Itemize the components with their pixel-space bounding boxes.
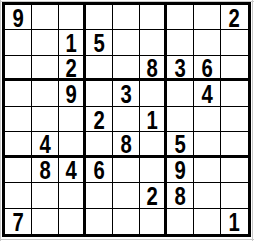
- cell-r8c3[interactable]: [59, 183, 86, 208]
- cell-r5c5[interactable]: [113, 107, 140, 132]
- cell-r6c9[interactable]: [221, 132, 248, 157]
- cell-r4c1[interactable]: [5, 81, 32, 106]
- cell-r8c9[interactable]: [221, 183, 248, 208]
- cell-r3c8[interactable]: 6: [194, 56, 221, 81]
- cell-r6c5[interactable]: 8: [113, 132, 140, 157]
- cell-r8c8[interactable]: [194, 183, 221, 208]
- cell-r9c1[interactable]: 7: [5, 209, 32, 234]
- cell-r4c8[interactable]: 4: [194, 81, 221, 106]
- cell-r4c7[interactable]: [167, 81, 194, 106]
- outer-gridline-right: [252, 0, 253, 241]
- cell-r4c6[interactable]: [140, 81, 167, 106]
- cell-r7c1[interactable]: [5, 158, 32, 183]
- cell-r5c3[interactable]: [59, 107, 86, 132]
- cell-r2c4[interactable]: 5: [86, 30, 113, 55]
- cell-r7c7[interactable]: 9: [167, 158, 194, 183]
- cell-r3c4[interactable]: [86, 56, 113, 81]
- cell-r5c6[interactable]: 1: [140, 107, 167, 132]
- given-digit: 2: [65, 56, 76, 81]
- cell-r3c3[interactable]: 2: [59, 56, 86, 81]
- cell-r4c4[interactable]: [86, 81, 113, 106]
- given-digit: 5: [93, 30, 104, 55]
- cell-r3c7[interactable]: 3: [167, 56, 194, 81]
- cell-r9c2[interactable]: [32, 209, 59, 234]
- cell-r7c4[interactable]: 6: [86, 158, 113, 183]
- sudoku-board: 921528369342148584692871: [2, 2, 251, 237]
- given-digit: 6: [201, 56, 212, 81]
- cell-r3c6[interactable]: 8: [140, 56, 167, 81]
- given-digit: 2: [93, 107, 104, 132]
- cell-r6c1[interactable]: [5, 132, 32, 157]
- cell-r9c4[interactable]: [86, 209, 113, 234]
- cell-r1c5[interactable]: [113, 5, 140, 30]
- given-digit: 3: [120, 81, 131, 106]
- given-digit: 6: [93, 158, 104, 183]
- cell-r9c9[interactable]: 1: [221, 209, 248, 234]
- given-digit: 4: [39, 132, 50, 157]
- cell-r5c8[interactable]: [194, 107, 221, 132]
- sudoku-page: 921528369342148584692871: [0, 0, 254, 241]
- given-digit: 3: [174, 56, 185, 81]
- cell-r3c1[interactable]: [5, 56, 32, 81]
- cell-r3c9[interactable]: [221, 56, 248, 81]
- cell-r4c9[interactable]: [221, 81, 248, 106]
- cell-r6c6[interactable]: [140, 132, 167, 157]
- given-digit: 9: [12, 5, 23, 30]
- cell-r1c6[interactable]: [140, 5, 167, 30]
- given-digit: 8: [120, 132, 131, 157]
- cell-r1c7[interactable]: [167, 5, 194, 30]
- cell-r5c1[interactable]: [5, 107, 32, 132]
- cell-r5c2[interactable]: [32, 107, 59, 132]
- cell-r1c9[interactable]: 2: [221, 5, 248, 30]
- given-digit: 2: [229, 5, 240, 30]
- cell-r2c7[interactable]: [167, 30, 194, 55]
- cell-r8c7[interactable]: 8: [167, 183, 194, 208]
- cell-r1c4[interactable]: [86, 5, 113, 30]
- cell-r5c9[interactable]: [221, 107, 248, 132]
- cell-r9c3[interactable]: [59, 209, 86, 234]
- cell-r6c4[interactable]: [86, 132, 113, 157]
- cell-r9c5[interactable]: [113, 209, 140, 234]
- cell-r1c8[interactable]: [194, 5, 221, 30]
- cell-r8c5[interactable]: [113, 183, 140, 208]
- cell-r7c2[interactable]: 8: [32, 158, 59, 183]
- given-digit: 2: [146, 183, 157, 208]
- cell-r8c2[interactable]: [32, 183, 59, 208]
- given-digit: 4: [201, 81, 212, 106]
- outer-gridline-left: [0, 0, 1, 241]
- cell-r4c5[interactable]: 3: [113, 81, 140, 106]
- cell-r4c3[interactable]: 9: [59, 81, 86, 106]
- cell-r4c2[interactable]: [32, 81, 59, 106]
- given-digit: 9: [174, 158, 185, 183]
- cell-r6c2[interactable]: 4: [32, 132, 59, 157]
- cell-r2c8[interactable]: [194, 30, 221, 55]
- cell-r1c2[interactable]: [32, 5, 59, 30]
- cell-r8c4[interactable]: [86, 183, 113, 208]
- cell-r7c5[interactable]: [113, 158, 140, 183]
- given-digit: 5: [174, 132, 185, 157]
- cell-r8c1[interactable]: [5, 183, 32, 208]
- given-digit: 7: [12, 209, 23, 234]
- cell-r9c8[interactable]: [194, 209, 221, 234]
- cell-r2c1[interactable]: [5, 30, 32, 55]
- cell-r2c3[interactable]: 1: [59, 30, 86, 55]
- cell-r6c8[interactable]: [194, 132, 221, 157]
- cell-r8c6[interactable]: 2: [140, 183, 167, 208]
- cell-r3c2[interactable]: [32, 56, 59, 81]
- cell-r3c5[interactable]: [113, 56, 140, 81]
- cell-r5c4[interactable]: 2: [86, 107, 113, 132]
- given-digit: 8: [174, 183, 185, 208]
- given-digit: 1: [229, 209, 240, 234]
- given-digit: 1: [65, 30, 76, 55]
- cell-r9c6[interactable]: [140, 209, 167, 234]
- cell-r2c6[interactable]: [140, 30, 167, 55]
- cell-r6c7[interactable]: 5: [167, 132, 194, 157]
- given-digit: 8: [146, 56, 157, 81]
- given-digit: 4: [65, 158, 76, 183]
- cell-r7c8[interactable]: [194, 158, 221, 183]
- cell-r6c3[interactable]: [59, 132, 86, 157]
- cell-r1c1[interactable]: 9: [5, 5, 32, 30]
- cell-r7c6[interactable]: [140, 158, 167, 183]
- cell-r9c7[interactable]: [167, 209, 194, 234]
- cell-r1c3[interactable]: [59, 5, 86, 30]
- cell-r2c5[interactable]: [113, 30, 140, 55]
- cell-r7c9[interactable]: [221, 158, 248, 183]
- cell-r2c2[interactable]: [32, 30, 59, 55]
- given-digit: 9: [65, 81, 76, 106]
- cell-r2c9[interactable]: [221, 30, 248, 55]
- given-digit: 8: [39, 158, 50, 183]
- outer-gridline-bottom: [0, 239, 254, 240]
- given-digit: 1: [146, 107, 157, 132]
- cell-r5c7[interactable]: [167, 107, 194, 132]
- cell-r7c3[interactable]: 4: [59, 158, 86, 183]
